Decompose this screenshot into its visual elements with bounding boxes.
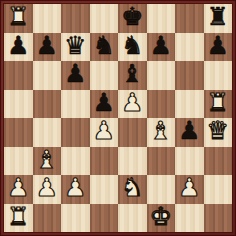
piece-white-rook[interactable]: ♜ xyxy=(7,204,29,231)
square-g8[interactable] xyxy=(175,4,204,33)
piece-white-rook[interactable]: ♜ xyxy=(207,90,229,117)
piece-black-knight[interactable]: ♞ xyxy=(93,33,115,60)
square-e1[interactable] xyxy=(118,204,147,233)
square-d5[interactable]: ♟ xyxy=(90,90,119,119)
square-a5[interactable] xyxy=(4,90,33,119)
piece-white-pawn[interactable]: ♟ xyxy=(7,175,29,202)
square-h3[interactable] xyxy=(204,147,233,176)
square-d3[interactable] xyxy=(90,147,119,176)
piece-black-knight[interactable]: ♞ xyxy=(121,33,143,60)
square-e2[interactable]: ♞ xyxy=(118,175,147,204)
piece-black-pawn[interactable]: ♟ xyxy=(178,118,200,145)
square-h1[interactable] xyxy=(204,204,233,233)
square-a7[interactable]: ♟ xyxy=(4,33,33,62)
square-f7[interactable]: ♟ xyxy=(147,33,176,62)
piece-black-pawn[interactable]: ♟ xyxy=(7,33,29,60)
piece-black-pawn[interactable]: ♟ xyxy=(93,90,115,117)
piece-black-bishop[interactable]: ♝ xyxy=(121,61,143,88)
piece-white-king[interactable]: ♚ xyxy=(150,204,172,231)
square-d4[interactable]: ♟ xyxy=(90,118,119,147)
chess-board: ♜♚♜♟♟♛♞♞♟♟♟♝♟♟♜♟♝♟♛♝♟♟♟♞♟♜♚ xyxy=(4,4,232,232)
square-f1[interactable]: ♚ xyxy=(147,204,176,233)
piece-white-pawn[interactable]: ♟ xyxy=(93,118,115,145)
square-h5[interactable]: ♜ xyxy=(204,90,233,119)
board-frame: ♜♚♜♟♟♛♞♞♟♟♟♝♟♟♜♟♝♟♛♝♟♟♟♞♟♜♚ xyxy=(0,0,236,236)
square-e6[interactable]: ♝ xyxy=(118,61,147,90)
square-a2[interactable]: ♟ xyxy=(4,175,33,204)
piece-black-pawn[interactable]: ♟ xyxy=(36,33,58,60)
square-e3[interactable] xyxy=(118,147,147,176)
square-b2[interactable]: ♟ xyxy=(33,175,62,204)
square-f3[interactable] xyxy=(147,147,176,176)
square-h7[interactable]: ♟ xyxy=(204,33,233,62)
square-a3[interactable] xyxy=(4,147,33,176)
square-h4[interactable]: ♛ xyxy=(204,118,233,147)
piece-white-queen[interactable]: ♛ xyxy=(207,118,229,145)
square-h6[interactable] xyxy=(204,61,233,90)
piece-white-bishop[interactable]: ♝ xyxy=(36,147,58,174)
piece-white-pawn[interactable]: ♟ xyxy=(178,175,200,202)
square-g6[interactable] xyxy=(175,61,204,90)
square-f6[interactable] xyxy=(147,61,176,90)
square-c6[interactable]: ♟ xyxy=(61,61,90,90)
square-d8[interactable] xyxy=(90,4,119,33)
square-h8[interactable]: ♜ xyxy=(204,4,233,33)
square-c4[interactable] xyxy=(61,118,90,147)
square-b7[interactable]: ♟ xyxy=(33,33,62,62)
square-b5[interactable] xyxy=(33,90,62,119)
piece-white-knight[interactable]: ♞ xyxy=(121,175,143,202)
square-g7[interactable] xyxy=(175,33,204,62)
square-g3[interactable] xyxy=(175,147,204,176)
square-d2[interactable] xyxy=(90,175,119,204)
square-c5[interactable] xyxy=(61,90,90,119)
square-b1[interactable] xyxy=(33,204,62,233)
piece-black-queen[interactable]: ♛ xyxy=(64,33,86,60)
square-c7[interactable]: ♛ xyxy=(61,33,90,62)
square-f2[interactable] xyxy=(147,175,176,204)
square-d1[interactable] xyxy=(90,204,119,233)
square-a6[interactable] xyxy=(4,61,33,90)
square-g5[interactable] xyxy=(175,90,204,119)
square-g4[interactable]: ♟ xyxy=(175,118,204,147)
square-a8[interactable]: ♜ xyxy=(4,4,33,33)
square-b4[interactable] xyxy=(33,118,62,147)
square-f8[interactable] xyxy=(147,4,176,33)
square-f5[interactable] xyxy=(147,90,176,119)
square-c3[interactable] xyxy=(61,147,90,176)
square-f4[interactable]: ♝ xyxy=(147,118,176,147)
square-e5[interactable]: ♟ xyxy=(118,90,147,119)
square-d7[interactable]: ♞ xyxy=(90,33,119,62)
square-a4[interactable] xyxy=(4,118,33,147)
piece-black-pawn[interactable]: ♟ xyxy=(64,61,86,88)
piece-white-pawn[interactable]: ♟ xyxy=(36,175,58,202)
square-c8[interactable] xyxy=(61,4,90,33)
square-c2[interactable]: ♟ xyxy=(61,175,90,204)
square-d6[interactable] xyxy=(90,61,119,90)
piece-white-bishop[interactable]: ♝ xyxy=(150,118,172,145)
piece-white-pawn[interactable]: ♟ xyxy=(64,175,86,202)
square-e8[interactable]: ♚ xyxy=(118,4,147,33)
piece-black-rook[interactable]: ♜ xyxy=(207,4,229,31)
piece-black-pawn[interactable]: ♟ xyxy=(207,33,229,60)
square-b8[interactable] xyxy=(33,4,62,33)
square-b6[interactable] xyxy=(33,61,62,90)
piece-black-pawn[interactable]: ♟ xyxy=(150,33,172,60)
square-e7[interactable]: ♞ xyxy=(118,33,147,62)
square-a1[interactable]: ♜ xyxy=(4,204,33,233)
piece-white-pawn[interactable]: ♟ xyxy=(121,90,143,117)
piece-white-rook[interactable]: ♜ xyxy=(7,4,29,31)
square-b3[interactable]: ♝ xyxy=(33,147,62,176)
piece-black-king[interactable]: ♚ xyxy=(121,4,143,31)
square-c1[interactable] xyxy=(61,204,90,233)
square-e4[interactable] xyxy=(118,118,147,147)
square-g1[interactable] xyxy=(175,204,204,233)
square-g2[interactable]: ♟ xyxy=(175,175,204,204)
square-h2[interactable] xyxy=(204,175,233,204)
